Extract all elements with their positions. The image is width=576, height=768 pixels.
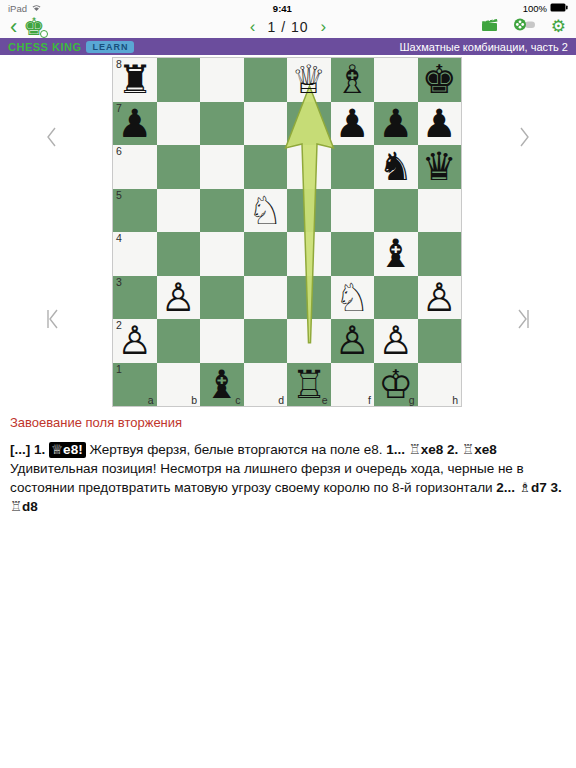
course-title: Шахматные комбинации, часть 2 — [400, 41, 568, 53]
next-move-button[interactable] — [516, 125, 532, 149]
square-f7[interactable]: ♟ — [331, 102, 375, 146]
square-e1[interactable]: e♖ — [287, 363, 331, 407]
battery-percent: 100% — [523, 3, 547, 14]
clock: 9:41 — [273, 3, 292, 14]
piece-white-knight: ♘ — [248, 189, 283, 232]
status-bar: iPad 9:41 100% — [0, 0, 576, 15]
brand-name: CHESS KING — [8, 41, 81, 53]
board-grid: 8♜♕♗♚7♟♟♟♟6♞♛5♘4♝3♙♘♙2♙♙♙1abc♝de♖fg♔h — [113, 58, 461, 406]
square-b3[interactable]: ♙ — [157, 276, 201, 320]
file-label-d: d — [278, 394, 284, 406]
square-a8[interactable]: 8♜ — [113, 58, 157, 102]
learn-badge: LEARN — [86, 41, 134, 53]
piece-black-pawn: ♟ — [335, 102, 370, 145]
rank-label-3: 3 — [116, 276, 122, 288]
square-g7[interactable]: ♟ — [374, 102, 418, 146]
lesson-heading: Завоевание поля вторжения — [10, 415, 566, 430]
rank-label-8: 8 — [116, 58, 122, 70]
piece-black-pawn: ♟ — [117, 102, 152, 145]
piece-white-bishop: ♗ — [335, 58, 370, 101]
puzzle-counter: 1 / 10 — [267, 19, 308, 35]
title-bar: CHESS KING LEARN Шахматные комбинации, ч… — [0, 38, 576, 55]
square-b5[interactable] — [157, 189, 201, 233]
nav-bar: ‹ ♚ ‹ 1 / 10 › ⚙ — [0, 15, 576, 38]
square-h5[interactable] — [418, 189, 462, 233]
last-move-button[interactable] — [514, 307, 532, 331]
piece-black-bishop: ♝ — [378, 232, 413, 275]
square-c3[interactable] — [200, 276, 244, 320]
square-h4[interactable] — [418, 232, 462, 276]
move-text-segment: Жертвуя ферзя, белые вторгаются на поле … — [86, 442, 387, 457]
gear-icon[interactable]: ⚙ — [551, 18, 566, 35]
square-e2[interactable] — [287, 319, 331, 363]
square-c6[interactable] — [200, 145, 244, 189]
move-text-segment: 1... ♖xe8 2. ♖xe8 — [386, 442, 497, 457]
square-g4[interactable]: ♝ — [374, 232, 418, 276]
piece-white-queen: ♕ — [291, 58, 326, 101]
square-g3[interactable] — [374, 276, 418, 320]
file-label-c: c — [235, 394, 240, 406]
piece-white-pawn: ♙ — [378, 319, 413, 362]
piece-black-queen: ♛ — [422, 145, 457, 188]
first-move-button[interactable] — [44, 307, 62, 331]
square-h3[interactable]: ♙ — [418, 276, 462, 320]
square-e7[interactable] — [287, 102, 331, 146]
square-f5[interactable] — [331, 189, 375, 233]
square-a3[interactable]: 3 — [113, 276, 157, 320]
chess-king-logo-icon[interactable]: ♚ — [23, 16, 45, 38]
piece-black-pawn: ♟ — [378, 102, 413, 145]
lesson-panel: Завоевание поля вторжения [...] 1. ♕e8! … — [0, 407, 576, 516]
square-c1[interactable]: c♝ — [200, 363, 244, 407]
square-f4[interactable] — [331, 232, 375, 276]
square-c5[interactable] — [200, 189, 244, 233]
piece-white-pawn: ♙ — [161, 276, 196, 319]
move-text-segment: [...] 1. — [10, 442, 49, 457]
square-a5[interactable]: 5 — [113, 189, 157, 233]
square-d6[interactable] — [244, 145, 288, 189]
board-area: 8♜♕♗♚7♟♟♟♟6♞♛5♘4♝3♙♘♙2♙♙♙1abc♝de♖fg♔h — [0, 55, 576, 407]
square-d1[interactable]: d — [244, 363, 288, 407]
move-text-segment: Удивительная позиция! Несмотря на лишнег… — [10, 461, 524, 495]
square-g2[interactable]: ♙ — [374, 319, 418, 363]
rank-label-4: 4 — [116, 232, 122, 244]
square-f6[interactable] — [331, 145, 375, 189]
engine-toggle-icon[interactable] — [513, 17, 537, 36]
square-e8[interactable]: ♕ — [287, 58, 331, 102]
battery-icon — [550, 3, 568, 14]
square-b2[interactable] — [157, 319, 201, 363]
square-e6[interactable] — [287, 145, 331, 189]
file-label-a: a — [148, 394, 154, 406]
square-d2[interactable] — [244, 319, 288, 363]
square-a6[interactable]: 6 — [113, 145, 157, 189]
square-e3[interactable] — [287, 276, 331, 320]
square-d3[interactable] — [244, 276, 288, 320]
square-f1[interactable]: f — [331, 363, 375, 407]
lesson-text: [...] 1. ♕e8! Жертвуя ферзя, белые вторг… — [10, 440, 566, 516]
square-b4[interactable] — [157, 232, 201, 276]
rank-label-7: 7 — [116, 102, 122, 114]
square-a2[interactable]: 2♙ — [113, 319, 157, 363]
file-label-b: b — [191, 394, 197, 406]
rank-label-2: 2 — [116, 319, 122, 331]
square-g5[interactable] — [374, 189, 418, 233]
piece-white-pawn: ♙ — [335, 319, 370, 362]
file-label-g: g — [409, 394, 415, 406]
square-f3[interactable]: ♘ — [331, 276, 375, 320]
piece-black-knight: ♞ — [378, 145, 413, 188]
rank-label-6: 6 — [116, 145, 122, 157]
square-g6[interactable]: ♞ — [374, 145, 418, 189]
current-move-highlight[interactable]: ♕e8! — [49, 442, 86, 458]
file-label-f: f — [368, 394, 371, 406]
square-c2[interactable] — [200, 319, 244, 363]
square-d4[interactable] — [244, 232, 288, 276]
back-button[interactable]: ‹ — [10, 17, 17, 37]
square-b1[interactable]: b — [157, 363, 201, 407]
square-e5[interactable] — [287, 189, 331, 233]
square-h2[interactable] — [418, 319, 462, 363]
square-e4[interactable] — [287, 232, 331, 276]
square-b8[interactable] — [157, 58, 201, 102]
square-h1[interactable]: h — [418, 363, 462, 407]
square-d8[interactable] — [244, 58, 288, 102]
square-f2[interactable]: ♙ — [331, 319, 375, 363]
file-label-h: h — [452, 394, 458, 406]
square-c4[interactable] — [200, 232, 244, 276]
rank-label-5: 5 — [116, 189, 122, 201]
square-d5[interactable]: ♘ — [244, 189, 288, 233]
piece-white-pawn: ♙ — [117, 319, 152, 362]
logo-badge-dot — [40, 30, 48, 38]
square-a7[interactable]: 7♟ — [113, 102, 157, 146]
piece-black-bishop: ♝ — [204, 363, 239, 406]
square-b7[interactable] — [157, 102, 201, 146]
piece-black-king: ♚ — [422, 58, 457, 101]
square-h8[interactable]: ♚ — [418, 58, 462, 102]
piece-black-pawn: ♟ — [422, 102, 457, 145]
prev-puzzle-button[interactable]: ‹ — [250, 17, 256, 37]
rank-label-1: 1 — [116, 363, 122, 375]
square-d7[interactable] — [244, 102, 288, 146]
chess-board: 8♜♕♗♚7♟♟♟♟6♞♛5♘4♝3♙♘♙2♙♙♙1abc♝de♖fg♔h — [112, 57, 462, 407]
piece-black-rook: ♜ — [117, 58, 152, 101]
prev-move-button[interactable] — [44, 125, 60, 149]
square-f8[interactable]: ♗ — [331, 58, 375, 102]
square-g8[interactable] — [374, 58, 418, 102]
square-h7[interactable]: ♟ — [418, 102, 462, 146]
next-puzzle-button[interactable]: › — [321, 17, 327, 37]
piece-white-pawn: ♙ — [422, 276, 457, 319]
file-label-e: e — [322, 394, 328, 406]
piece-white-knight: ♘ — [335, 276, 370, 319]
square-a4[interactable]: 4 — [113, 232, 157, 276]
square-g1[interactable]: g♔ — [374, 363, 418, 407]
clapperboard-icon[interactable] — [481, 17, 499, 36]
square-h6[interactable]: ♛ — [418, 145, 462, 189]
square-c8[interactable] — [200, 58, 244, 102]
square-a1[interactable]: 1a — [113, 363, 157, 407]
square-c7[interactable] — [200, 102, 244, 146]
square-b6[interactable] — [157, 145, 201, 189]
